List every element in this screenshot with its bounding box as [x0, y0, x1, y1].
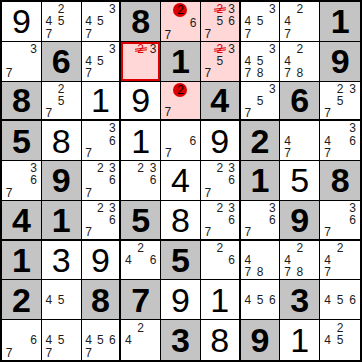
cell-r3c6[interactable]: 4 — [201, 82, 241, 122]
candidate-8: 8 — [294, 266, 306, 278]
cell-r9c6[interactable]: 8 — [201, 320, 241, 360]
candidate-grid: 367 — [242, 202, 279, 238]
candidate-7: 7 — [202, 187, 214, 199]
solved-digit: 9 — [12, 4, 31, 38]
cell-r5c1[interactable]: 367 — [2, 161, 42, 201]
candidate-7: 7 — [242, 266, 254, 278]
candidate-4: 4 — [242, 15, 254, 27]
candidate-7: 7 — [83, 147, 95, 159]
candidate-grid: 2478 — [281, 242, 318, 279]
cell-r9c1[interactable]: 67 — [2, 320, 42, 360]
solved-digit: 8 — [52, 124, 71, 158]
cell-r4c4[interactable]: 1 — [121, 121, 161, 161]
candidate-7: 7 — [242, 226, 254, 238]
solved-digit: 9 — [131, 83, 150, 117]
cell-r1c4[interactable]: 8 — [121, 2, 161, 42]
candidate-7: 7 — [3, 346, 15, 359]
cell-r6c3[interactable]: 2367 — [82, 201, 122, 241]
cell-r7c9[interactable]: 247 — [320, 241, 360, 281]
cell-r6c9[interactable]: 367 — [320, 201, 360, 241]
candidate-grid: 357 — [242, 83, 279, 119]
candidate-grid: 67 — [3, 321, 40, 359]
solved-digit: 1 — [131, 124, 150, 158]
cell-r7c7[interactable]: 478 — [241, 241, 281, 281]
candidate-3: 3 — [147, 43, 159, 55]
cell-r6c8[interactable]: 9 — [280, 201, 320, 241]
cell-r1c2[interactable]: 2457 — [42, 2, 82, 42]
cell-r2c2[interactable]: 6 — [42, 42, 82, 82]
cell-r8c8[interactable]: 3 — [280, 280, 320, 320]
candidate-grid: 2457 — [43, 3, 80, 40]
candidate-4: 4 — [43, 15, 55, 27]
cell-r7c8[interactable]: 2478 — [280, 241, 320, 281]
cell-r6c6[interactable]: 2367 — [201, 201, 241, 241]
given-digit: 1 — [171, 44, 190, 78]
candidate-grid: 23567 — [202, 3, 238, 40]
candidate-5: 5 — [94, 334, 106, 347]
candidate-grid: 23 — [122, 43, 159, 80]
cell-r8c7[interactable]: 456 — [241, 280, 281, 320]
candidate-8: 8 — [254, 266, 266, 278]
candidate-grid: 67 — [162, 122, 199, 159]
candidate-2: 2 — [173, 3, 187, 17]
candidate-6: 6 — [147, 174, 159, 186]
cell-r5c8[interactable]: 5 — [280, 161, 320, 201]
candidate-4: 4 — [122, 254, 134, 266]
cell-r6c7[interactable]: 367 — [241, 201, 281, 241]
solved-digit: 8 — [171, 203, 190, 237]
candidate-grid: 2357 — [321, 83, 359, 119]
candidate-grid: 367 — [83, 122, 119, 159]
candidate-4: 4 — [321, 294, 334, 306]
cell-r1c8[interactable]: 247 — [280, 2, 320, 42]
cell-r9c3[interactable]: 4567 — [82, 320, 122, 360]
candidate-2: 2 — [214, 162, 226, 174]
candidate-grid: 456 — [242, 281, 279, 318]
solved-digit: 1 — [210, 283, 229, 317]
given-digit: 6 — [52, 44, 71, 78]
candidate-4: 4 — [122, 334, 134, 347]
cell-r9c2[interactable]: 457 — [42, 320, 82, 360]
candidate-grid: 24 — [122, 321, 159, 359]
cell-r2c8[interactable]: 2478 — [280, 42, 320, 82]
cell-r7c1[interactable]: 1 — [2, 241, 42, 281]
candidate-3: 3 — [266, 3, 278, 15]
given-digit: 1 — [251, 163, 270, 197]
candidate-5: 5 — [55, 15, 67, 27]
cell-r1c6[interactable]: 23567 — [201, 2, 241, 42]
given-digit: 5 — [131, 203, 150, 237]
cell-r3c4[interactable]: 9 — [121, 82, 161, 122]
candidate-5: 5 — [254, 15, 266, 27]
solved-digit: 9 — [210, 124, 229, 158]
cell-r3c2[interactable]: 257 — [42, 82, 82, 122]
candidate-4: 4 — [43, 294, 55, 306]
candidate-6: 6 — [106, 174, 118, 186]
candidate-2: 2 — [294, 242, 306, 254]
cell-r8c1[interactable]: 2 — [2, 280, 42, 320]
candidate-5: 5 — [254, 95, 266, 107]
candidate-7: 7 — [281, 147, 293, 159]
cell-r7c3[interactable]: 9 — [82, 241, 122, 281]
candidate-3: 3 — [106, 122, 118, 134]
candidate-grid: 27 — [162, 83, 199, 119]
candidate-3: 3 — [346, 122, 359, 134]
candidate-grid: 457 — [43, 321, 80, 359]
cell-r7c2[interactable]: 3 — [42, 241, 82, 281]
candidate-3: 3 — [346, 83, 359, 95]
candidate-2: 2 — [94, 202, 106, 214]
cell-r5c4[interactable]: 236 — [121, 161, 161, 201]
candidate-2: 2 — [214, 242, 226, 254]
candidate-5: 5 — [94, 15, 106, 27]
solved-digit: 1 — [290, 323, 309, 357]
cell-r3c5[interactable]: 27 — [161, 82, 201, 122]
given-digit: 8 — [131, 4, 150, 38]
solved-digit: 1 — [91, 83, 110, 117]
candidate-6: 6 — [346, 214, 359, 226]
candidate-grid: 2367 — [202, 202, 238, 238]
given-digit: 1 — [331, 4, 350, 38]
candidate-grid: 236 — [122, 162, 159, 199]
cell-r5c5[interactable]: 4 — [161, 161, 201, 201]
candidate-grid: 367 — [321, 202, 359, 238]
cell-r6c4[interactable]: 5 — [121, 201, 161, 241]
candidate-2: 2 — [173, 83, 187, 97]
cell-r3c3[interactable]: 1 — [82, 82, 122, 122]
candidate-6: 6 — [28, 334, 40, 347]
candidate-7: 7 — [321, 226, 334, 238]
candidate-6: 6 — [266, 294, 278, 306]
candidate-2: 2 — [135, 242, 147, 254]
cell-r5c6[interactable]: 2367 — [201, 161, 241, 201]
cell-r1c1[interactable]: 9 — [2, 2, 42, 42]
candidate-6: 6 — [187, 135, 199, 147]
cell-r9c7[interactable]: 9 — [241, 320, 281, 360]
candidate-7: 7 — [202, 226, 214, 238]
candidate-7: 7 — [83, 226, 95, 238]
candidate-grid: 247 — [321, 242, 359, 279]
given-digit: 1 — [12, 243, 31, 277]
candidate-6: 6 — [147, 254, 159, 266]
candidate-6: 6 — [346, 294, 359, 306]
cell-r2c5[interactable]: 1 — [161, 42, 201, 82]
cell-r1c9[interactable]: 1 — [320, 2, 360, 42]
cell-r8c6[interactable]: 1 — [201, 280, 241, 320]
candidate-2: 2 — [334, 321, 347, 334]
candidate-7: 7 — [43, 107, 55, 119]
candidate-grid: 478 — [242, 242, 279, 279]
candidate-2: 2 — [135, 162, 147, 174]
solved-digit: 3 — [52, 243, 71, 277]
candidate-6: 6 — [266, 214, 278, 226]
cell-r8c4[interactable]: 7 — [121, 280, 161, 320]
given-digit: 9 — [251, 323, 270, 357]
candidate-grid: 37 — [3, 43, 40, 80]
candidate-6: 6 — [106, 334, 118, 347]
solved-digit: 8 — [210, 323, 229, 357]
candidate-6: 6 — [346, 135, 359, 147]
candidate-7: 7 — [43, 28, 55, 40]
candidate-grid: 245 — [321, 321, 359, 359]
candidate-7: 7 — [321, 147, 334, 159]
cell-r8c3[interactable]: 8 — [82, 280, 122, 320]
candidate-2: 2 — [214, 202, 226, 214]
candidate-4: 4 — [281, 135, 293, 147]
candidate-grid: 257 — [43, 83, 80, 119]
candidate-2: 2 — [294, 43, 306, 55]
candidate-7: 7 — [321, 107, 334, 119]
candidate-grid: 246 — [122, 242, 159, 279]
cell-r3c1[interactable]: 8 — [2, 82, 42, 122]
candidate-7: 7 — [3, 187, 15, 199]
candidate-7: 7 — [202, 67, 214, 79]
candidate-2: 2 — [135, 43, 147, 55]
cell-r2c9[interactable]: 9 — [320, 42, 360, 82]
cell-r2c7[interactable]: 34578 — [241, 42, 281, 82]
candidate-7: 7 — [242, 28, 254, 40]
candidate-7: 7 — [83, 346, 95, 359]
candidate-5: 5 — [94, 55, 106, 67]
candidate-5: 5 — [214, 15, 226, 27]
candidate-6: 6 — [106, 214, 118, 226]
candidate-grid: 2367 — [83, 162, 119, 199]
candidate-7: 7 — [281, 67, 293, 79]
candidate-2: 2 — [135, 321, 147, 334]
candidate-3: 3 — [106, 43, 118, 55]
candidate-2: 2 — [334, 242, 347, 254]
candidate-4: 4 — [83, 334, 95, 347]
candidate-grid: 247 — [281, 3, 318, 40]
candidate-4: 4 — [281, 15, 293, 27]
given-digit: 4 — [12, 203, 31, 237]
cell-r5c7[interactable]: 1 — [241, 161, 281, 201]
given-digit: 5 — [171, 243, 190, 277]
candidate-4: 4 — [83, 15, 95, 27]
candidate-7: 7 — [162, 29, 173, 41]
sudoku-board: 9245734578267235673457247137634572312357… — [0, 0, 362, 362]
candidate-grid: 2357 — [202, 43, 238, 80]
candidate-grid: 2367 — [202, 162, 238, 199]
given-digit: 3 — [290, 283, 309, 317]
solved-digit: 9 — [171, 283, 190, 317]
candidate-5: 5 — [254, 294, 266, 306]
candidate-3: 3 — [28, 43, 40, 55]
candidate-2: 2 — [334, 83, 347, 95]
candidate-6: 6 — [226, 214, 238, 226]
candidate-6: 6 — [226, 174, 238, 186]
solved-digit: 4 — [171, 163, 190, 197]
candidate-grid: 2478 — [281, 43, 318, 80]
cell-r4c1[interactable]: 5 — [2, 121, 42, 161]
cell-r2c4[interactable]: 23 — [121, 42, 161, 82]
given-digit: 8 — [91, 283, 110, 317]
cell-r3c8[interactable]: 6 — [280, 82, 320, 122]
cell-r4c7[interactable]: 2 — [241, 121, 281, 161]
candidate-grid: 47 — [281, 122, 318, 159]
candidate-grid: 367 — [3, 162, 40, 199]
cell-r2c1[interactable]: 37 — [2, 42, 42, 82]
candidate-7: 7 — [162, 106, 173, 118]
candidate-5: 5 — [334, 95, 347, 107]
candidate-6: 6 — [28, 174, 40, 186]
cell-r4c5[interactable]: 67 — [161, 121, 201, 161]
given-digit: 1 — [52, 203, 71, 237]
cell-r5c2[interactable]: 9 — [42, 161, 82, 201]
cell-r6c1[interactable]: 4 — [2, 201, 42, 241]
candidate-3: 3 — [266, 83, 278, 95]
candidate-2: 2 — [94, 162, 106, 174]
cell-r8c9[interactable]: 456 — [320, 280, 360, 320]
candidate-6: 6 — [187, 17, 198, 29]
given-digit: 9 — [52, 163, 71, 197]
given-digit: 2 — [12, 283, 31, 317]
candidate-grid: 3457 — [83, 43, 119, 80]
candidate-7: 7 — [202, 28, 214, 40]
candidate-4: 4 — [321, 135, 334, 147]
cell-r7c6[interactable]: 26 — [201, 241, 241, 281]
cell-r5c3[interactable]: 2367 — [82, 161, 122, 201]
cell-r7c4[interactable]: 246 — [121, 241, 161, 281]
candidate-2: 2 — [294, 3, 306, 15]
candidate-5: 5 — [55, 95, 67, 107]
candidate-grid: 3457 — [242, 3, 279, 40]
cell-r4c6[interactable]: 9 — [201, 121, 241, 161]
cell-r3c7[interactable]: 357 — [241, 82, 281, 122]
candidate-grid: 3467 — [321, 122, 359, 159]
candidate-grid: 2367 — [83, 202, 119, 238]
candidate-6: 6 — [226, 254, 238, 266]
candidate-3: 3 — [106, 3, 118, 15]
cell-r1c7[interactable]: 3457 — [241, 2, 281, 42]
candidate-7: 7 — [281, 28, 293, 40]
cell-r2c3[interactable]: 3457 — [82, 42, 122, 82]
cell-r6c2[interactable]: 1 — [42, 201, 82, 241]
candidate-grid: 3457 — [83, 3, 119, 40]
candidate-7: 7 — [242, 67, 254, 79]
cell-r4c9[interactable]: 3467 — [320, 121, 360, 161]
cell-r4c8[interactable]: 47 — [280, 121, 320, 161]
candidate-7: 7 — [83, 67, 95, 79]
cell-r9c8[interactable]: 1 — [280, 320, 320, 360]
candidate-7: 7 — [83, 187, 95, 199]
candidate-grid: 4567 — [83, 321, 119, 359]
solved-digit: 5 — [290, 163, 309, 197]
candidate-5: 5 — [55, 294, 67, 306]
candidate-8: 8 — [294, 67, 306, 79]
candidate-grid: 456 — [321, 281, 359, 318]
given-digit: 8 — [331, 163, 350, 197]
candidate-5: 5 — [334, 334, 347, 347]
candidate-5: 5 — [334, 294, 347, 306]
cell-r8c2[interactable]: 45 — [42, 280, 82, 320]
candidate-6: 6 — [106, 135, 118, 147]
candidate-grid: 26 — [202, 242, 238, 279]
candidate-4: 4 — [321, 334, 334, 347]
candidate-3: 3 — [226, 43, 238, 55]
candidate-4: 4 — [242, 294, 254, 306]
candidate-7: 7 — [83, 28, 95, 40]
candidate-7: 7 — [321, 266, 334, 278]
given-digit: 7 — [131, 283, 150, 317]
cell-r1c5[interactable]: 267 — [161, 2, 201, 42]
given-digit: 4 — [210, 83, 229, 117]
candidate-5: 5 — [55, 334, 67, 347]
candidate-4: 4 — [43, 334, 55, 347]
given-digit: 2 — [251, 124, 270, 158]
candidate-7: 7 — [162, 147, 174, 159]
candidate-5: 5 — [214, 55, 226, 67]
given-digit: 6 — [290, 83, 309, 117]
candidate-2: 2 — [55, 83, 67, 95]
cell-r8c5[interactable]: 9 — [161, 280, 201, 320]
given-digit: 8 — [12, 83, 31, 117]
cell-r5c9[interactable]: 8 — [320, 161, 360, 201]
cell-r7c5[interactable]: 5 — [161, 241, 201, 281]
candidate-grid: 45 — [43, 281, 80, 318]
candidate-8: 8 — [254, 67, 266, 79]
cell-r6c5[interactable]: 8 — [161, 201, 201, 241]
given-digit: 9 — [331, 44, 350, 78]
cell-r1c3[interactable]: 3457 — [82, 2, 122, 42]
cell-r4c2[interactable]: 8 — [42, 121, 82, 161]
cell-r4c3[interactable]: 367 — [82, 121, 122, 161]
given-digit: 3 — [171, 323, 190, 357]
cell-r3c9[interactable]: 2357 — [320, 82, 360, 122]
cell-r9c5[interactable]: 3 — [161, 320, 201, 360]
given-digit: 5 — [12, 124, 31, 158]
candidate-3: 3 — [266, 43, 278, 55]
candidate-7: 7 — [3, 67, 15, 79]
candidate-grid: 267 — [162, 3, 199, 40]
candidate-7: 7 — [43, 346, 55, 359]
candidate-6: 6 — [226, 15, 238, 27]
candidate-7: 7 — [242, 107, 254, 119]
given-digit: 9 — [290, 203, 309, 237]
candidate-grid: 34578 — [242, 43, 279, 80]
solved-digit: 9 — [91, 243, 110, 277]
cell-r9c9[interactable]: 245 — [320, 320, 360, 360]
cell-r9c4[interactable]: 24 — [121, 320, 161, 360]
cell-r2c6[interactable]: 2357 — [201, 42, 241, 82]
candidate-7: 7 — [281, 266, 293, 278]
